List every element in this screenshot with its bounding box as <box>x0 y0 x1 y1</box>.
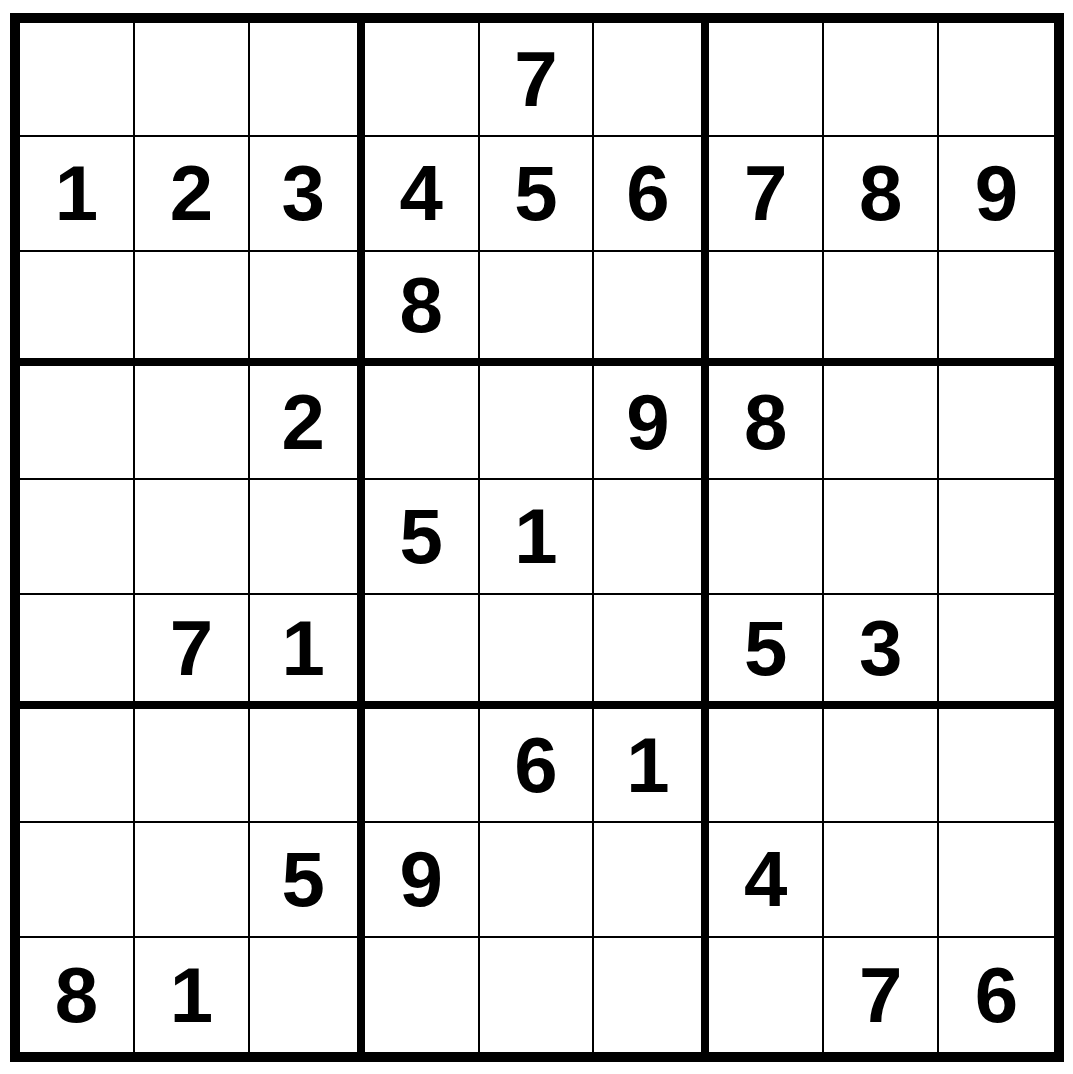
cell-r5c7[interactable] <box>709 480 824 594</box>
cell-r8c6[interactable] <box>594 823 709 937</box>
cell-r6c3[interactable]: 1 <box>250 595 365 709</box>
cell-r2c5[interactable]: 5 <box>480 137 595 251</box>
cell-r6c8[interactable]: 3 <box>824 595 939 709</box>
cell-r3c5[interactable] <box>480 252 595 366</box>
cell-r8c4[interactable]: 9 <box>365 823 480 937</box>
cell-r9c4[interactable] <box>365 938 480 1052</box>
cell-r7c5[interactable]: 6 <box>480 709 595 823</box>
cell-r8c3[interactable]: 5 <box>250 823 365 937</box>
cell-r7c7[interactable] <box>709 709 824 823</box>
cell-r4c9[interactable] <box>939 366 1054 480</box>
cell-r5c9[interactable] <box>939 480 1054 594</box>
cell-r6c6[interactable] <box>594 595 709 709</box>
cell-r4c1[interactable] <box>20 366 135 480</box>
cell-r6c2[interactable]: 7 <box>135 595 250 709</box>
cell-r3c3[interactable] <box>250 252 365 366</box>
cell-r1c5[interactable]: 7 <box>480 23 595 137</box>
cell-r2c1[interactable]: 1 <box>20 137 135 251</box>
cell-r4c2[interactable] <box>135 366 250 480</box>
cell-r8c1[interactable] <box>20 823 135 937</box>
cell-r3c8[interactable] <box>824 252 939 366</box>
cell-r2c7[interactable]: 7 <box>709 137 824 251</box>
cell-r9c7[interactable] <box>709 938 824 1052</box>
cell-r9c3[interactable] <box>250 938 365 1052</box>
cell-r7c6[interactable]: 1 <box>594 709 709 823</box>
cell-r6c1[interactable] <box>20 595 135 709</box>
cell-r8c5[interactable] <box>480 823 595 937</box>
cell-r7c1[interactable] <box>20 709 135 823</box>
cell-r1c1[interactable] <box>20 23 135 137</box>
cell-r7c8[interactable] <box>824 709 939 823</box>
cell-r5c1[interactable] <box>20 480 135 594</box>
cell-r7c4[interactable] <box>365 709 480 823</box>
cell-r4c7[interactable]: 8 <box>709 366 824 480</box>
cell-r3c1[interactable] <box>20 252 135 366</box>
cell-r2c4[interactable]: 4 <box>365 137 480 251</box>
cell-r5c3[interactable] <box>250 480 365 594</box>
cell-r5c2[interactable] <box>135 480 250 594</box>
cell-r1c2[interactable] <box>135 23 250 137</box>
cell-r6c4[interactable] <box>365 595 480 709</box>
cell-r1c9[interactable] <box>939 23 1054 137</box>
cell-r7c2[interactable] <box>135 709 250 823</box>
cell-r9c9[interactable]: 6 <box>939 938 1054 1052</box>
cell-r9c1[interactable]: 8 <box>20 938 135 1052</box>
cell-r1c7[interactable] <box>709 23 824 137</box>
cell-r6c7[interactable]: 5 <box>709 595 824 709</box>
cell-r3c4[interactable]: 8 <box>365 252 480 366</box>
cell-r6c5[interactable] <box>480 595 595 709</box>
cell-r4c3[interactable]: 2 <box>250 366 365 480</box>
cell-r4c8[interactable] <box>824 366 939 480</box>
cell-r2c9[interactable]: 9 <box>939 137 1054 251</box>
cell-r1c6[interactable] <box>594 23 709 137</box>
cell-r1c4[interactable] <box>365 23 480 137</box>
cell-r7c9[interactable] <box>939 709 1054 823</box>
cell-r5c8[interactable] <box>824 480 939 594</box>
cell-r3c9[interactable] <box>939 252 1054 366</box>
cell-r7c3[interactable] <box>250 709 365 823</box>
cell-r8c8[interactable] <box>824 823 939 937</box>
cell-r9c2[interactable]: 1 <box>135 938 250 1052</box>
cell-r1c8[interactable] <box>824 23 939 137</box>
sudoku-board: 71234567898298517153615948176 <box>10 13 1064 1062</box>
cell-r5c4[interactable]: 5 <box>365 480 480 594</box>
cell-r9c8[interactable]: 7 <box>824 938 939 1052</box>
cell-r4c6[interactable]: 9 <box>594 366 709 480</box>
cell-r9c5[interactable] <box>480 938 595 1052</box>
cell-r6c9[interactable] <box>939 595 1054 709</box>
cell-r5c6[interactable] <box>594 480 709 594</box>
cell-r9c6[interactable] <box>594 938 709 1052</box>
cell-r3c6[interactable] <box>594 252 709 366</box>
cell-r8c9[interactable] <box>939 823 1054 937</box>
cell-r2c3[interactable]: 3 <box>250 137 365 251</box>
cell-r3c2[interactable] <box>135 252 250 366</box>
cell-r5c5[interactable]: 1 <box>480 480 595 594</box>
cell-r4c5[interactable] <box>480 366 595 480</box>
cell-r2c2[interactable]: 2 <box>135 137 250 251</box>
cell-r8c7[interactable]: 4 <box>709 823 824 937</box>
cell-r3c7[interactable] <box>709 252 824 366</box>
cell-r4c4[interactable] <box>365 366 480 480</box>
cell-r2c6[interactable]: 6 <box>594 137 709 251</box>
cell-r8c2[interactable] <box>135 823 250 937</box>
cell-r2c8[interactable]: 8 <box>824 137 939 251</box>
cell-r1c3[interactable] <box>250 23 365 137</box>
